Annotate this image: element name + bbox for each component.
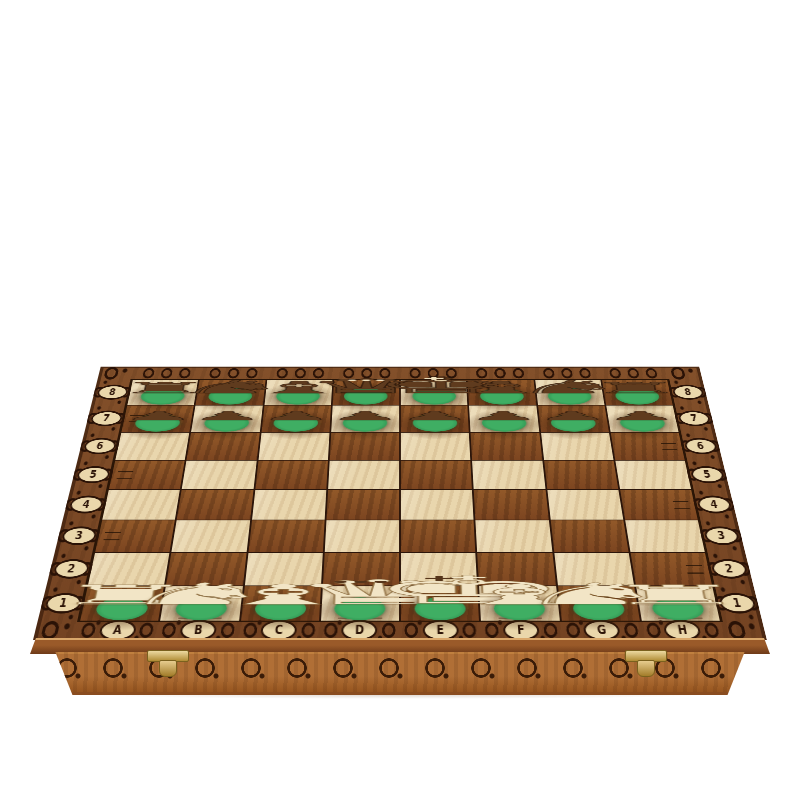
square-a4 bbox=[102, 490, 180, 520]
square-g3 bbox=[550, 520, 628, 551]
corner-spiral-ornament bbox=[33, 621, 80, 640]
square-h4 bbox=[620, 490, 698, 520]
piece-brown-pawn-h7: ♟ bbox=[577, 411, 706, 421]
corner-spiral-ornament bbox=[664, 367, 702, 380]
chess-board: ABCDEFGH8877665544332211 ♜♞♝♛●●●♚✚♝♞♜♟♟♟… bbox=[33, 367, 767, 640]
piece-cream-rook-h1: ♜ bbox=[601, 584, 751, 606]
square-a5 bbox=[109, 461, 185, 490]
square-d4 bbox=[326, 490, 399, 520]
piece-cream-rook-a1: ♜ bbox=[49, 584, 199, 606]
square-g5 bbox=[544, 461, 618, 490]
piece-brown-knight-g8: ♞ bbox=[506, 379, 632, 394]
square-c4 bbox=[252, 490, 326, 520]
piece-brown-queen-d8: ♛●●● bbox=[304, 378, 429, 395]
square-e5 bbox=[401, 461, 472, 490]
queen-coronet-tips: ●●● bbox=[305, 379, 429, 381]
square-e3 bbox=[401, 520, 476, 551]
square-h5 bbox=[615, 461, 691, 490]
square-f5 bbox=[472, 461, 545, 490]
brass-latch-left bbox=[147, 650, 189, 662]
square-b4 bbox=[177, 490, 253, 520]
corner-spiral-ornament bbox=[720, 621, 767, 640]
frame-mark bbox=[103, 532, 121, 540]
frame-mark bbox=[661, 443, 677, 450]
square-c3 bbox=[248, 520, 324, 551]
square-g4 bbox=[547, 490, 623, 520]
queen-coronet-tips: ●●● bbox=[289, 580, 433, 583]
square-d5 bbox=[328, 461, 399, 490]
corner-spiral-ornament bbox=[97, 367, 135, 380]
square-h3 bbox=[625, 520, 705, 551]
square-f3 bbox=[476, 520, 552, 551]
square-d3 bbox=[325, 520, 400, 551]
brass-latch-right bbox=[625, 650, 667, 662]
square-b5 bbox=[182, 461, 256, 490]
frame-mark bbox=[673, 501, 690, 509]
square-a3 bbox=[95, 520, 175, 551]
square-c5 bbox=[255, 461, 328, 490]
piece-brown-knight-b8: ♞ bbox=[168, 379, 294, 394]
square-e4 bbox=[401, 490, 474, 520]
product-photo-background: ABCDEFGH8877665544332211 ♜♞♝♛●●●♚✚♝♞♜♟♟♟… bbox=[0, 0, 800, 800]
square-b3 bbox=[172, 520, 250, 551]
square-f4 bbox=[474, 490, 548, 520]
piece-cream-queen-d1: ♛●●● bbox=[287, 578, 434, 606]
frame-mark bbox=[116, 471, 133, 479]
frame-mark bbox=[686, 565, 704, 574]
